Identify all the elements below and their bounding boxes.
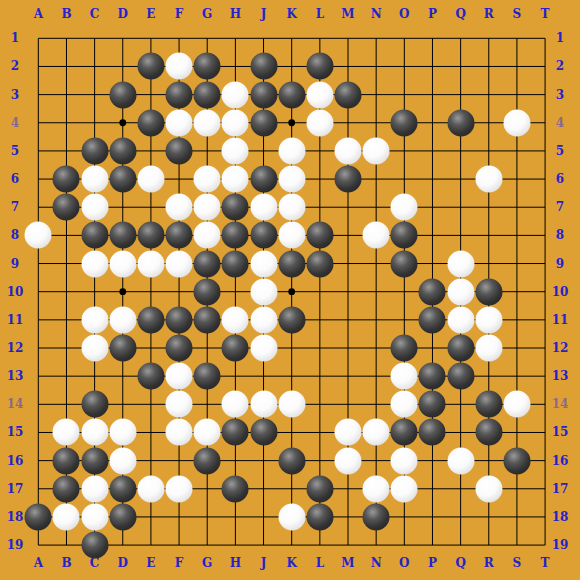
col-label-bottom: L [316,557,324,569]
col-label-bottom: F [175,557,184,569]
black-stone-J3[interactable] [250,81,277,108]
col-label-bottom: O [399,557,409,569]
col-label-bottom: J [261,557,267,569]
white-stone-E6[interactable] [137,166,164,193]
col-label-top: Q [455,8,465,20]
black-stone-G11[interactable] [194,306,221,333]
white-stone-M5[interactable] [335,137,362,164]
row-label-left: 14 [7,398,24,410]
white-stone-D11[interactable] [109,306,136,333]
white-stone-C12[interactable] [81,335,108,362]
white-stone-H4[interactable] [222,109,249,136]
black-stone-G3[interactable] [194,81,221,108]
white-stone-S4[interactable] [503,109,530,136]
black-stone-C8[interactable] [81,222,108,249]
row-label-right: 18 [552,511,569,523]
black-stone-H7[interactable] [222,194,249,221]
white-stone-J9[interactable] [250,250,277,277]
row-label-left: 8 [11,229,19,241]
black-stone-R10[interactable] [475,278,502,305]
black-stone-E4[interactable] [137,109,164,136]
white-stone-F2[interactable] [166,53,193,80]
black-stone-F5[interactable] [166,137,193,164]
white-stone-Q16[interactable] [447,447,474,474]
black-stone-H15[interactable] [222,419,249,446]
white-stone-S14[interactable] [503,391,530,418]
black-stone-O4[interactable] [391,109,418,136]
star-point [288,119,295,126]
white-stone-J11[interactable] [250,306,277,333]
black-stone-E11[interactable] [137,306,164,333]
white-stone-F14[interactable] [166,391,193,418]
row-label-right: 8 [556,229,564,241]
row-label-left: 10 [7,286,24,298]
col-label-top: O [399,8,409,20]
black-stone-C19[interactable] [81,532,108,559]
col-label-top: M [341,8,354,20]
row-label-left: 17 [7,483,24,495]
black-stone-Q13[interactable] [447,363,474,390]
white-stone-Q11[interactable] [447,306,474,333]
white-stone-M15[interactable] [335,419,362,446]
col-label-top: K [286,8,296,20]
white-stone-C17[interactable] [81,475,108,502]
white-stone-H11[interactable] [222,306,249,333]
black-stone-H8[interactable] [222,222,249,249]
black-stone-K16[interactable] [278,447,305,474]
white-stone-G4[interactable] [194,109,221,136]
white-stone-N17[interactable] [363,475,390,502]
black-stone-G9[interactable] [194,250,221,277]
col-label-bottom: S [513,557,522,569]
black-stone-L17[interactable] [306,475,333,502]
white-stone-J12[interactable] [250,335,277,362]
row-label-right: 6 [556,173,564,185]
col-label-top: D [118,8,128,20]
black-stone-D12[interactable] [109,335,136,362]
star-point [288,288,295,295]
col-label-top: C [90,8,100,20]
black-stone-C5[interactable] [81,137,108,164]
col-label-bottom: B [61,557,71,569]
col-label-top: S [513,8,522,20]
black-stone-E8[interactable] [137,222,164,249]
black-stone-M6[interactable] [335,166,362,193]
white-stone-H3[interactable] [222,81,249,108]
col-label-top: P [428,8,437,20]
black-stone-R15[interactable] [475,419,502,446]
black-stone-P11[interactable] [419,306,446,333]
col-label-bottom: H [230,557,241,569]
black-stone-D8[interactable] [109,222,136,249]
black-stone-P10[interactable] [419,278,446,305]
white-stone-D9[interactable] [109,250,136,277]
white-stone-F13[interactable] [166,363,193,390]
white-stone-Q9[interactable] [447,250,474,277]
white-stone-O7[interactable] [391,194,418,221]
black-stone-O15[interactable] [391,419,418,446]
black-stone-D18[interactable] [109,503,136,530]
black-stone-K9[interactable] [278,250,305,277]
black-stone-E2[interactable] [137,53,164,80]
black-stone-L18[interactable] [306,503,333,530]
black-stone-F12[interactable] [166,335,193,362]
row-label-right: 15 [552,426,569,438]
row-label-left: 1 [11,32,19,44]
black-stone-G10[interactable] [194,278,221,305]
white-stone-R17[interactable] [475,475,502,502]
col-label-top: L [316,8,324,20]
row-label-right: 1 [556,32,564,44]
row-label-right: 13 [552,370,569,382]
white-stone-J14[interactable] [250,391,277,418]
white-stone-F9[interactable] [166,250,193,277]
row-label-right: 5 [556,145,564,157]
white-stone-F17[interactable] [166,475,193,502]
row-label-left: 12 [7,342,24,354]
white-stone-O14[interactable] [391,391,418,418]
black-stone-C14[interactable] [81,391,108,418]
black-stone-G13[interactable] [194,363,221,390]
row-label-left: 15 [7,426,24,438]
col-label-top: A [34,8,43,20]
white-stone-N8[interactable] [363,222,390,249]
white-stone-C18[interactable] [81,503,108,530]
black-stone-P13[interactable] [419,363,446,390]
white-stone-D16[interactable] [109,447,136,474]
col-label-bottom: C [90,557,100,569]
row-label-left: 7 [11,201,19,213]
go-board[interactable]: AABBCCDDEEFFGGHHJJKKLLMMNNOOPPQQRRSSTT11… [0,0,580,580]
black-stone-A18[interactable] [25,503,52,530]
row-label-left: 2 [11,60,19,72]
black-stone-J2[interactable] [250,53,277,80]
row-label-left: 3 [11,89,19,101]
white-stone-O13[interactable] [391,363,418,390]
white-stone-F7[interactable] [166,194,193,221]
black-stone-H17[interactable] [222,475,249,502]
white-stone-K5[interactable] [278,137,305,164]
black-stone-K3[interactable] [278,81,305,108]
white-stone-R11[interactable] [475,306,502,333]
row-label-right: 3 [556,89,564,101]
white-stone-H5[interactable] [222,137,249,164]
black-stone-B6[interactable] [53,166,80,193]
col-label-bottom: K [286,557,296,569]
white-stone-B15[interactable] [53,419,80,446]
black-stone-J15[interactable] [250,419,277,446]
black-stone-P14[interactable] [419,391,446,418]
black-stone-L2[interactable] [306,53,333,80]
white-stone-R6[interactable] [475,166,502,193]
black-stone-K11[interactable] [278,306,305,333]
star-point [119,119,126,126]
white-stone-K18[interactable] [278,503,305,530]
black-stone-D17[interactable] [109,475,136,502]
white-stone-M16[interactable] [335,447,362,474]
col-label-top: G [202,8,212,20]
white-stone-G7[interactable] [194,194,221,221]
row-label-right: 2 [556,60,564,72]
black-stone-D6[interactable] [109,166,136,193]
white-stone-E9[interactable] [137,250,164,277]
col-label-bottom: Q [455,557,465,569]
black-stone-C16[interactable] [81,447,108,474]
black-stone-D3[interactable] [109,81,136,108]
white-stone-F4[interactable] [166,109,193,136]
black-stone-B7[interactable] [53,194,80,221]
col-label-top: H [230,8,241,20]
black-stone-B17[interactable] [53,475,80,502]
col-label-top: R [484,8,494,20]
black-stone-F11[interactable] [166,306,193,333]
white-stone-G8[interactable] [194,222,221,249]
white-stone-E17[interactable] [137,475,164,502]
col-label-bottom: N [371,557,382,569]
black-stone-O9[interactable] [391,250,418,277]
black-stone-R14[interactable] [475,391,502,418]
black-stone-D5[interactable] [109,137,136,164]
black-stone-J6[interactable] [250,166,277,193]
white-stone-A8[interactable] [25,222,52,249]
col-label-top: J [261,8,267,20]
white-stone-C11[interactable] [81,306,108,333]
row-label-left: 11 [7,314,24,326]
col-label-top: N [371,8,382,20]
black-stone-M3[interactable] [335,81,362,108]
white-stone-C7[interactable] [81,194,108,221]
row-label-left: 16 [7,455,24,467]
black-stone-O8[interactable] [391,222,418,249]
col-label-bottom: G [202,557,212,569]
white-stone-F15[interactable] [166,419,193,446]
black-stone-J4[interactable] [250,109,277,136]
white-stone-K14[interactable] [278,391,305,418]
black-stone-G16[interactable] [194,447,221,474]
row-label-right: 9 [556,258,564,270]
black-stone-O12[interactable] [391,335,418,362]
white-stone-K7[interactable] [278,194,305,221]
row-label-right: 14 [552,398,569,410]
white-stone-H6[interactable] [222,166,249,193]
col-label-bottom: R [484,557,494,569]
black-stone-B16[interactable] [53,447,80,474]
col-label-bottom: E [146,557,155,569]
row-label-right: 16 [552,455,569,467]
col-label-bottom: D [118,557,128,569]
black-stone-S16[interactable] [503,447,530,474]
white-stone-C6[interactable] [81,166,108,193]
row-label-left: 19 [7,539,24,551]
white-stone-Q10[interactable] [447,278,474,305]
white-stone-J10[interactable] [250,278,277,305]
white-stone-G15[interactable] [194,419,221,446]
col-label-top: E [146,8,155,20]
row-label-right: 4 [556,117,564,129]
col-label-bottom: T [541,557,550,569]
row-label-left: 4 [11,117,19,129]
black-stone-P15[interactable] [419,419,446,446]
white-stone-L3[interactable] [306,81,333,108]
black-stone-E13[interactable] [137,363,164,390]
black-stone-Q12[interactable] [447,335,474,362]
white-stone-O16[interactable] [391,447,418,474]
white-stone-N15[interactable] [363,419,390,446]
white-stone-H14[interactable] [222,391,249,418]
black-stone-H9[interactable] [222,250,249,277]
black-stone-Q4[interactable] [447,109,474,136]
star-point [119,288,126,295]
black-stone-L9[interactable] [306,250,333,277]
black-stone-F3[interactable] [166,81,193,108]
black-stone-L8[interactable] [306,222,333,249]
white-stone-N5[interactable] [363,137,390,164]
white-stone-C15[interactable] [81,419,108,446]
white-stone-O17[interactable] [391,475,418,502]
row-label-left: 5 [11,145,19,157]
row-label-left: 9 [11,258,19,270]
white-stone-K6[interactable] [278,166,305,193]
row-label-right: 12 [552,342,569,354]
black-stone-J8[interactable] [250,222,277,249]
black-stone-G2[interactable] [194,53,221,80]
black-stone-F8[interactable] [166,222,193,249]
white-stone-G6[interactable] [194,166,221,193]
black-stone-N18[interactable] [363,503,390,530]
row-label-right: 17 [552,483,569,495]
black-stone-H12[interactable] [222,335,249,362]
col-label-top: F [175,8,184,20]
white-stone-K8[interactable] [278,222,305,249]
col-label-bottom: A [34,557,43,569]
white-stone-D15[interactable] [109,419,136,446]
white-stone-J7[interactable] [250,194,277,221]
row-label-left: 13 [7,370,24,382]
col-label-top: B [61,8,71,20]
row-label-right: 10 [552,286,569,298]
row-label-right: 11 [552,314,569,326]
white-stone-R12[interactable] [475,335,502,362]
row-label-right: 19 [552,539,569,551]
col-label-top: T [541,8,550,20]
row-label-right: 7 [556,201,564,213]
row-label-left: 6 [11,173,19,185]
row-label-left: 18 [7,511,24,523]
col-label-bottom: M [341,557,354,569]
col-label-bottom: P [428,557,437,569]
white-stone-L4[interactable] [306,109,333,136]
white-stone-C9[interactable] [81,250,108,277]
white-stone-B18[interactable] [53,503,80,530]
